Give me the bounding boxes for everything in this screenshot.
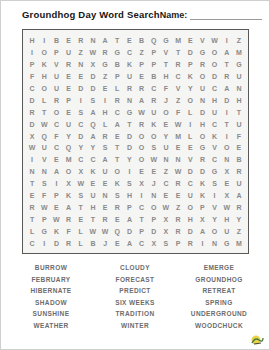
grid-cell-r3c1[interactable]: P <box>26 59 38 71</box>
grid-cell-r15c14[interactable]: O <box>184 201 196 213</box>
grid-cell-r13c8[interactable]: K <box>111 178 123 190</box>
grid-cell-r15c5[interactable]: T <box>75 201 87 213</box>
grid-cell-r4c1[interactable]: F <box>26 71 38 83</box>
grid-cell-r13c16[interactable]: S <box>209 178 221 190</box>
grid-cell-r2c10[interactable]: Z <box>136 47 148 59</box>
grid-cell-r11c6[interactable]: C <box>87 154 99 166</box>
grid-cell-r4c8[interactable]: P <box>111 71 123 83</box>
grid-cell-r1c3[interactable]: B <box>50 35 62 47</box>
grid-cell-r6c5[interactable]: I <box>75 94 87 106</box>
grid-cell-r1c16[interactable]: W <box>209 35 221 47</box>
grid-cell-r10c17[interactable]: O <box>221 142 233 154</box>
grid-cell-r6c2[interactable]: L <box>38 94 50 106</box>
grid-cell-r12c14[interactable]: D <box>184 166 196 178</box>
grid-cell-r5c5[interactable]: D <box>75 83 87 95</box>
grid-cell-r14c12[interactable]: E <box>160 190 172 202</box>
grid-cell-r14c15[interactable]: K <box>196 190 208 202</box>
grid-cell-r6c4[interactable]: P <box>63 94 75 106</box>
grid-cell-r13c3[interactable]: I <box>50 178 62 190</box>
grid-cell-r3c5[interactable]: N <box>75 59 87 71</box>
grid-cell-r5c10[interactable]: R <box>136 83 148 95</box>
grid-cell-r1c18[interactable]: Z <box>233 35 245 47</box>
grid-cell-r13c4[interactable]: X <box>63 178 75 190</box>
grid-cell-r5c7[interactable]: E <box>99 83 111 95</box>
grid-cell-r4c14[interactable]: K <box>184 71 196 83</box>
grid-cell-r15c2[interactable]: W <box>38 201 50 213</box>
grid-cell-r15c15[interactable]: P <box>196 201 208 213</box>
grid-cell-r16c4[interactable]: R <box>63 213 75 225</box>
grid-cell-r3c18[interactable]: G <box>233 59 245 71</box>
grid-cell-r17c3[interactable]: K <box>50 225 62 237</box>
grid-cell-r11c4[interactable]: M <box>63 154 75 166</box>
grid-cell-r2c2[interactable]: O <box>38 47 50 59</box>
grid-cell-r11c14[interactable]: V <box>184 154 196 166</box>
grid-cell-r14c9[interactable]: H <box>123 190 135 202</box>
grid-cell-r9c15[interactable]: O <box>196 130 208 142</box>
grid-cell-r8c11[interactable]: K <box>148 118 160 130</box>
grid-cell-r4c9[interactable]: U <box>123 71 135 83</box>
grid-cell-r18c4[interactable]: R <box>63 237 75 249</box>
grid-cell-r3c13[interactable]: R <box>172 59 184 71</box>
grid-cell-r16c12[interactable]: X <box>160 213 172 225</box>
grid-cell-r14c8[interactable]: S <box>111 190 123 202</box>
grid-cell-r2c5[interactable]: Z <box>75 47 87 59</box>
grid-cell-r3c9[interactable]: K <box>123 59 135 71</box>
grid-cell-r3c16[interactable]: O <box>209 59 221 71</box>
name-input-line[interactable] <box>190 10 262 20</box>
grid-cell-r11c11[interactable]: W <box>148 154 160 166</box>
grid-cell-r18c14[interactable]: R <box>184 237 196 249</box>
grid-cell-r15c6[interactable]: H <box>87 201 99 213</box>
grid-cell-r10c5[interactable]: Y <box>75 142 87 154</box>
grid-cell-r13c18[interactable]: U <box>233 178 245 190</box>
grid-cell-r15c18[interactable]: R <box>233 201 245 213</box>
grid-cell-r7c16[interactable]: U <box>209 106 221 118</box>
grid-cell-r1c4[interactable]: E <box>63 35 75 47</box>
grid-cell-r1c8[interactable]: T <box>111 35 123 47</box>
grid-cell-r16c5[interactable]: E <box>75 213 87 225</box>
grid-cell-r17c8[interactable]: Q <box>111 225 123 237</box>
grid-cell-r15c13[interactable]: Z <box>172 201 184 213</box>
grid-cell-r16c14[interactable]: H <box>184 213 196 225</box>
grid-cell-r11c3[interactable]: E <box>50 154 62 166</box>
grid-cell-r13c9[interactable]: S <box>123 178 135 190</box>
grid-cell-r7c13[interactable]: F <box>172 106 184 118</box>
grid-cell-r10c12[interactable]: U <box>160 142 172 154</box>
grid-cell-r14c13[interactable]: E <box>172 190 184 202</box>
grid-cell-r6c1[interactable]: D <box>26 94 38 106</box>
grid-cell-r16c16[interactable]: Y <box>209 213 221 225</box>
grid-cell-r10c16[interactable]: V <box>209 142 221 154</box>
grid-cell-r7c15[interactable]: D <box>196 106 208 118</box>
grid-cell-r7c12[interactable]: O <box>160 106 172 118</box>
grid-cell-r17c2[interactable]: G <box>38 225 50 237</box>
grid-cell-r5c8[interactable]: L <box>111 83 123 95</box>
grid-cell-r12c8[interactable]: O <box>111 166 123 178</box>
grid-cell-r16c8[interactable]: E <box>111 213 123 225</box>
grid-cell-r8c14[interactable]: I <box>184 118 196 130</box>
grid-cell-r5c1[interactable]: C <box>26 83 38 95</box>
grid-cell-r16c15[interactable]: X <box>196 213 208 225</box>
grid-cell-r17c7[interactable]: W <box>99 225 111 237</box>
grid-cell-r16c18[interactable]: Y <box>233 213 245 225</box>
grid-cell-r14c1[interactable]: E <box>26 190 38 202</box>
grid-cell-r17c13[interactable]: R <box>172 225 184 237</box>
grid-cell-r16c1[interactable]: T <box>26 213 38 225</box>
grid-cell-r14c5[interactable]: S <box>75 190 87 202</box>
grid-cell-r13c6[interactable]: E <box>87 178 99 190</box>
grid-cell-r14c3[interactable]: P <box>50 190 62 202</box>
grid-cell-r1c14[interactable]: E <box>184 35 196 47</box>
grid-cell-r15c7[interactable]: E <box>99 201 111 213</box>
grid-cell-r7c9[interactable]: G <box>123 106 135 118</box>
grid-cell-r17c15[interactable]: A <box>196 225 208 237</box>
grid-cell-r18c17[interactable]: G <box>221 237 233 249</box>
grid-cell-r5c12[interactable]: F <box>160 83 172 95</box>
grid-cell-r9c2[interactable]: Q <box>38 130 50 142</box>
grid-cell-r18c6[interactable]: B <box>87 237 99 249</box>
grid-cell-r2c16[interactable]: O <box>209 47 221 59</box>
grid-cell-r2c12[interactable]: V <box>160 47 172 59</box>
grid-cell-r18c2[interactable]: I <box>38 237 50 249</box>
grid-cell-r11c13[interactable]: N <box>172 154 184 166</box>
grid-cell-r18c15[interactable]: I <box>196 237 208 249</box>
grid-cell-r12c16[interactable]: G <box>209 166 221 178</box>
grid-cell-r4c7[interactable]: Z <box>99 71 111 83</box>
grid-cell-r13c14[interactable]: C <box>184 178 196 190</box>
grid-cell-r6c13[interactable]: Z <box>172 94 184 106</box>
grid-cell-r2c4[interactable]: U <box>63 47 75 59</box>
grid-cell-r18c13[interactable]: P <box>172 237 184 249</box>
grid-cell-r1c7[interactable]: A <box>99 35 111 47</box>
grid-cell-r4c4[interactable]: E <box>63 71 75 83</box>
grid-cell-r4c12[interactable]: H <box>160 71 172 83</box>
grid-cell-r6c10[interactable]: A <box>136 94 148 106</box>
grid-cell-r6c11[interactable]: R <box>148 94 160 106</box>
grid-cell-r12c18[interactable]: R <box>233 166 245 178</box>
grid-cell-r2c7[interactable]: R <box>99 47 111 59</box>
grid-cell-r17c14[interactable]: D <box>184 225 196 237</box>
grid-cell-r17c18[interactable]: Z <box>233 225 245 237</box>
grid-cell-r9c3[interactable]: F <box>50 130 62 142</box>
grid-cell-r8c4[interactable]: U <box>63 118 75 130</box>
grid-cell-r11c15[interactable]: R <box>196 154 208 166</box>
grid-cell-r4c13[interactable]: C <box>172 71 184 83</box>
grid-cell-r8c7[interactable]: L <box>99 118 111 130</box>
grid-cell-r16c7[interactable]: R <box>99 213 111 225</box>
grid-cell-r16c17[interactable]: H <box>221 213 233 225</box>
grid-cell-r10c6[interactable]: Y <box>87 142 99 154</box>
grid-cell-r15c16[interactable]: V <box>209 201 221 213</box>
grid-cell-r12c15[interactable]: D <box>196 166 208 178</box>
grid-cell-r8c10[interactable]: R <box>136 118 148 130</box>
grid-cell-r13c11[interactable]: J <box>148 178 160 190</box>
grid-cell-r13c10[interactable]: X <box>136 178 148 190</box>
grid-cell-r12c7[interactable]: U <box>99 166 111 178</box>
grid-cell-r9c9[interactable]: D <box>123 130 135 142</box>
grid-cell-r8c13[interactable]: W <box>172 118 184 130</box>
grid-cell-r3c4[interactable]: R <box>63 59 75 71</box>
grid-cell-r12c11[interactable]: E <box>148 166 160 178</box>
grid-cell-r4c10[interactable]: E <box>136 71 148 83</box>
grid-cell-r1c13[interactable]: M <box>172 35 184 47</box>
grid-cell-r14c6[interactable]: U <box>87 190 99 202</box>
grid-cell-r10c15[interactable]: G <box>196 142 208 154</box>
grid-cell-r8c15[interactable]: H <box>196 118 208 130</box>
grid-cell-r5c3[interactable]: U <box>50 83 62 95</box>
grid-cell-r9c16[interactable]: K <box>209 130 221 142</box>
grid-cell-r4c5[interactable]: E <box>75 71 87 83</box>
grid-cell-r12c5[interactable]: X <box>75 166 87 178</box>
grid-cell-r18c11[interactable]: X <box>148 237 160 249</box>
grid-cell-r15c4[interactable]: A <box>63 201 75 213</box>
grid-cell-r15c9[interactable]: P <box>123 201 135 213</box>
grid-cell-r5c15[interactable]: U <box>196 83 208 95</box>
grid-cell-r13c7[interactable]: E <box>99 178 111 190</box>
grid-cell-r8c6[interactable]: Q <box>87 118 99 130</box>
grid-cell-r17c4[interactable]: F <box>63 225 75 237</box>
grid-cell-r18c8[interactable]: E <box>111 237 123 249</box>
grid-cell-r14c14[interactable]: U <box>184 190 196 202</box>
grid-cell-r5c16[interactable]: C <box>209 83 221 95</box>
grid-cell-r3c3[interactable]: V <box>50 59 62 71</box>
grid-cell-r17c9[interactable]: D <box>123 225 135 237</box>
grid-cell-r6c17[interactable]: D <box>221 94 233 106</box>
grid-cell-r13c1[interactable]: T <box>26 178 38 190</box>
grid-cell-r8c12[interactable]: E <box>160 118 172 130</box>
grid-cell-r1c1[interactable]: H <box>26 35 38 47</box>
grid-cell-r8c1[interactable]: D <box>26 118 38 130</box>
grid-cell-r13c12[interactable]: C <box>160 178 172 190</box>
grid-cell-r5c13[interactable]: V <box>172 83 184 95</box>
grid-cell-r8c2[interactable]: W <box>38 118 50 130</box>
grid-cell-r9c10[interactable]: O <box>136 130 148 142</box>
grid-cell-r17c5[interactable]: L <box>75 225 87 237</box>
grid-cell-r11c2[interactable]: V <box>38 154 50 166</box>
grid-cell-r11c9[interactable]: Y <box>123 154 135 166</box>
grid-cell-r13c17[interactable]: E <box>221 178 233 190</box>
grid-cell-r9c6[interactable]: A <box>87 130 99 142</box>
grid-cell-r9c18[interactable]: F <box>233 130 245 142</box>
grid-cell-r12c6[interactable]: K <box>87 166 99 178</box>
grid-cell-r4c18[interactable]: U <box>233 71 245 83</box>
grid-cell-r17c11[interactable]: D <box>148 225 160 237</box>
grid-cell-r16c3[interactable]: W <box>50 213 62 225</box>
grid-cell-r13c5[interactable]: W <box>75 178 87 190</box>
grid-cell-r8c16[interactable]: C <box>209 118 221 130</box>
grid-cell-r2c9[interactable]: C <box>123 47 135 59</box>
grid-cell-r6c18[interactable]: H <box>233 94 245 106</box>
grid-cell-r6c14[interactable]: O <box>184 94 196 106</box>
grid-cell-r5c17[interactable]: A <box>221 83 233 95</box>
grid-cell-r11c7[interactable]: A <box>99 154 111 166</box>
grid-cell-r10c13[interactable]: E <box>172 142 184 154</box>
grid-cell-r9c14[interactable]: L <box>184 130 196 142</box>
grid-cell-r10c9[interactable]: D <box>123 142 135 154</box>
grid-cell-r1c5[interactable]: R <box>75 35 87 47</box>
grid-cell-r10c14[interactable]: E <box>184 142 196 154</box>
grid-cell-r7c11[interactable]: U <box>148 106 160 118</box>
grid-cell-r4c6[interactable]: D <box>87 71 99 83</box>
grid-cell-r1c11[interactable]: Q <box>148 35 160 47</box>
grid-cell-r9c12[interactable]: Y <box>160 130 172 142</box>
grid-cell-r14c16[interactable]: I <box>209 190 221 202</box>
grid-cell-r10c8[interactable]: T <box>111 142 123 154</box>
grid-cell-r4c15[interactable]: O <box>196 71 208 83</box>
grid-cell-r1c9[interactable]: E <box>123 35 135 47</box>
grid-cell-r2c15[interactable]: G <box>196 47 208 59</box>
grid-cell-r12c2[interactable]: N <box>38 166 50 178</box>
grid-cell-r11c16[interactable]: C <box>209 154 221 166</box>
grid-cell-r7c1[interactable]: R <box>26 106 38 118</box>
grid-cell-r17c17[interactable]: U <box>221 225 233 237</box>
grid-cell-r11c1[interactable]: I <box>26 154 38 166</box>
grid-cell-r6c16[interactable]: H <box>209 94 221 106</box>
grid-cell-r2c8[interactable]: G <box>111 47 123 59</box>
grid-cell-r9c4[interactable]: Y <box>63 130 75 142</box>
grid-cell-r10c7[interactable]: S <box>99 142 111 154</box>
grid-cell-r6c15[interactable]: N <box>196 94 208 106</box>
grid-cell-r7c14[interactable]: L <box>184 106 196 118</box>
grid-cell-r10c11[interactable]: S <box>148 142 160 154</box>
grid-cell-r7c6[interactable]: A <box>87 106 99 118</box>
grid-cell-r1c10[interactable]: B <box>136 35 148 47</box>
grid-cell-r6c9[interactable]: N <box>123 94 135 106</box>
grid-cell-r16c2[interactable]: P <box>38 213 50 225</box>
grid-cell-r8c8[interactable]: A <box>111 118 123 130</box>
grid-cell-r2c13[interactable]: T <box>172 47 184 59</box>
grid-cell-r15c17[interactable]: W <box>221 201 233 213</box>
grid-cell-r16c9[interactable]: A <box>123 213 135 225</box>
grid-cell-r9c5[interactable]: D <box>75 130 87 142</box>
grid-cell-r9c8[interactable]: E <box>111 130 123 142</box>
grid-cell-r7c18[interactable]: T <box>233 106 245 118</box>
grid-cell-r18c18[interactable]: M <box>233 237 245 249</box>
grid-cell-r6c3[interactable]: R <box>50 94 62 106</box>
grid-cell-r7c8[interactable]: C <box>111 106 123 118</box>
grid-cell-r7c17[interactable]: I <box>221 106 233 118</box>
grid-cell-r11c18[interactable]: B <box>233 154 245 166</box>
grid-cell-r4c2[interactable]: H <box>38 71 50 83</box>
grid-cell-r15c12[interactable]: W <box>160 201 172 213</box>
grid-cell-r12c4[interactable]: O <box>63 166 75 178</box>
grid-cell-r7c7[interactable]: H <box>99 106 111 118</box>
grid-cell-r1c6[interactable]: N <box>87 35 99 47</box>
grid-cell-r3c7[interactable]: G <box>99 59 111 71</box>
grid-cell-r7c4[interactable]: E <box>63 106 75 118</box>
grid-cell-r10c4[interactable]: Q <box>63 142 75 154</box>
grid-cell-r14c7[interactable]: N <box>99 190 111 202</box>
grid-cell-r1c12[interactable]: G <box>160 35 172 47</box>
grid-cell-r18c16[interactable]: N <box>209 237 221 249</box>
grid-cell-r2c1[interactable]: I <box>26 47 38 59</box>
grid-cell-r10c18[interactable]: E <box>233 142 245 154</box>
grid-cell-r2c6[interactable]: W <box>87 47 99 59</box>
grid-cell-r14c2[interactable]: F <box>38 190 50 202</box>
grid-cell-r1c2[interactable]: I <box>38 35 50 47</box>
grid-cell-r16c13[interactable]: R <box>172 213 184 225</box>
grid-cell-r8c9[interactable]: T <box>123 118 135 130</box>
grid-cell-r18c12[interactable]: S <box>160 237 172 249</box>
grid-cell-r5c9[interactable]: R <box>123 83 135 95</box>
grid-cell-r14c4[interactable]: K <box>63 190 75 202</box>
grid-cell-r17c6[interactable]: W <box>87 225 99 237</box>
grid-cell-r12c3[interactable]: A <box>50 166 62 178</box>
grid-cell-r11c10[interactable]: O <box>136 154 148 166</box>
grid-cell-r4c3[interactable]: U <box>50 71 62 83</box>
grid-cell-r12c17[interactable]: X <box>221 166 233 178</box>
grid-cell-r3c14[interactable]: P <box>184 59 196 71</box>
grid-cell-r14c11[interactable]: N <box>148 190 160 202</box>
grid-cell-r17c10[interactable]: P <box>136 225 148 237</box>
grid-cell-r14c18[interactable]: A <box>233 190 245 202</box>
grid-cell-r18c5[interactable]: L <box>75 237 87 249</box>
grid-cell-r4c11[interactable]: B <box>148 71 160 83</box>
grid-cell-r5c4[interactable]: E <box>63 83 75 95</box>
grid-cell-r12c1[interactable]: N <box>26 166 38 178</box>
grid-cell-r15c8[interactable]: R <box>111 201 123 213</box>
grid-cell-r11c5[interactable]: C <box>75 154 87 166</box>
grid-cell-r4c17[interactable]: R <box>221 71 233 83</box>
grid-cell-r6c8[interactable]: R <box>111 94 123 106</box>
grid-cell-r12c12[interactable]: Z <box>160 166 172 178</box>
grid-cell-r8c5[interactable]: C <box>75 118 87 130</box>
grid-cell-r3c6[interactable]: X <box>87 59 99 71</box>
grid-cell-r6c6[interactable]: S <box>87 94 99 106</box>
grid-cell-r5c18[interactable]: N <box>233 83 245 95</box>
grid-cell-r3c12[interactable]: T <box>160 59 172 71</box>
grid-cell-r8c18[interactable]: U <box>233 118 245 130</box>
grid-cell-r10c3[interactable]: C <box>50 142 62 154</box>
grid-cell-r17c16[interactable]: O <box>209 225 221 237</box>
grid-cell-r9c7[interactable]: R <box>99 130 111 142</box>
grid-cell-r8c3[interactable]: C <box>50 118 62 130</box>
grid-cell-r12c10[interactable]: E <box>136 166 148 178</box>
grid-cell-r12c13[interactable]: W <box>172 166 184 178</box>
grid-cell-r6c7[interactable]: I <box>99 94 111 106</box>
grid-cell-r15c10[interactable]: C <box>136 201 148 213</box>
grid-cell-r3c17[interactable]: T <box>221 59 233 71</box>
grid-cell-r10c2[interactable]: U <box>38 142 50 154</box>
grid-cell-r11c8[interactable]: T <box>111 154 123 166</box>
grid-cell-r18c9[interactable]: A <box>123 237 135 249</box>
grid-cell-r3c10[interactable]: P <box>136 59 148 71</box>
grid-cell-r3c11[interactable]: P <box>148 59 160 71</box>
grid-cell-r9c1[interactable]: X <box>26 130 38 142</box>
grid-cell-r17c12[interactable]: X <box>160 225 172 237</box>
grid-cell-r2c14[interactable]: D <box>184 47 196 59</box>
grid-cell-r16c10[interactable]: T <box>136 213 148 225</box>
grid-cell-r5c6[interactable]: D <box>87 83 99 95</box>
grid-cell-r9c13[interactable]: M <box>172 130 184 142</box>
grid-cell-r18c3[interactable]: D <box>50 237 62 249</box>
grid-cell-r2c11[interactable]: P <box>148 47 160 59</box>
grid-cell-r5c2[interactable]: O <box>38 83 50 95</box>
grid-cell-r9c17[interactable]: I <box>221 130 233 142</box>
grid-cell-r7c3[interactable]: O <box>50 106 62 118</box>
grid-cell-r4c16[interactable]: D <box>209 71 221 83</box>
grid-cell-r15c1[interactable]: R <box>26 201 38 213</box>
grid-cell-r18c1[interactable]: C <box>26 237 38 249</box>
grid-cell-r7c10[interactable]: W <box>136 106 148 118</box>
grid-cell-r3c15[interactable]: R <box>196 59 208 71</box>
grid-cell-r1c15[interactable]: V <box>196 35 208 47</box>
grid-cell-r10c10[interactable]: O <box>136 142 148 154</box>
grid-cell-r8c17[interactable]: T <box>221 118 233 130</box>
grid-cell-r17c1[interactable]: L <box>26 225 38 237</box>
grid-cell-r14c17[interactable]: X <box>221 190 233 202</box>
grid-cell-r5c14[interactable]: Y <box>184 83 196 95</box>
